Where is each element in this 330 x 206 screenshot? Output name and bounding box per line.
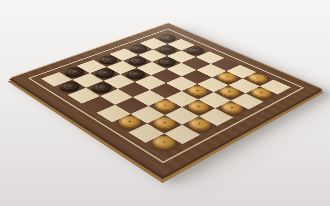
studio-background [0,0,330,206]
board-grid [41,33,291,154]
checkers-board [10,23,322,177]
board-perspective-wrapper [21,8,307,193]
